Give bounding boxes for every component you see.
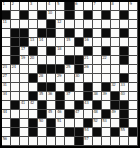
white-cell[interactable] (38, 2, 47, 11)
white-cell[interactable] (93, 47, 102, 56)
white-cell[interactable]: 53 (102, 119, 111, 128)
white-cell[interactable]: 17 (20, 47, 29, 56)
clue-number: 39 (102, 92, 106, 96)
white-cell[interactable] (102, 2, 111, 11)
white-cell[interactable] (129, 137, 138, 146)
black-cell (84, 47, 93, 56)
clue-number: 47 (75, 110, 79, 114)
white-cell[interactable] (20, 83, 29, 92)
clue-number: 50 (39, 119, 43, 123)
black-cell (11, 119, 20, 128)
clue-number: 56 (3, 137, 7, 141)
white-cell[interactable]: 25 (65, 65, 74, 74)
white-cell[interactable] (75, 20, 84, 29)
clue-number: 10 (48, 11, 52, 15)
black-cell (56, 101, 65, 110)
clue-number: 34 (3, 92, 7, 96)
white-cell[interactable] (84, 74, 93, 83)
white-cell[interactable] (47, 74, 56, 83)
black-cell (29, 92, 38, 101)
white-cell[interactable] (93, 56, 102, 65)
clue-number: 13 (30, 38, 34, 42)
white-cell[interactable] (129, 38, 138, 47)
white-cell[interactable]: 27 (2, 74, 11, 83)
white-cell[interactable]: 39 (102, 92, 111, 101)
white-cell[interactable] (111, 65, 120, 74)
clue-number: 43 (84, 101, 88, 105)
black-cell (120, 101, 129, 110)
white-cell[interactable] (11, 11, 20, 20)
white-cell[interactable] (75, 47, 84, 56)
white-cell[interactable] (111, 119, 120, 128)
white-cell[interactable]: 13 (29, 38, 38, 47)
black-cell (102, 110, 111, 119)
black-cell (120, 47, 129, 56)
black-cell (93, 101, 102, 110)
white-cell[interactable] (20, 20, 29, 29)
black-cell (75, 56, 84, 65)
white-cell[interactable] (11, 20, 20, 29)
white-cell[interactable] (38, 137, 47, 146)
white-cell[interactable]: 8 (111, 2, 120, 11)
clue-number: 53 (102, 119, 106, 123)
white-cell[interactable]: 46 (56, 110, 65, 119)
black-cell (102, 47, 111, 56)
clue-number: 36 (48, 92, 52, 96)
clue-number: 7 (93, 2, 95, 6)
black-cell (47, 20, 56, 29)
crossword-puzzle: 1234567891011121314151617181920212223242… (0, 0, 140, 148)
white-cell[interactable] (111, 137, 120, 146)
black-cell (65, 11, 74, 20)
white-cell[interactable]: 4 (47, 2, 56, 11)
black-cell (11, 38, 20, 47)
clue-number: 5 (57, 2, 59, 6)
clue-number: 11 (3, 20, 7, 24)
white-cell[interactable]: 14 (38, 38, 47, 47)
white-cell[interactable] (102, 65, 111, 74)
clue-number: 45 (48, 110, 52, 114)
white-cell[interactable]: 44 (2, 110, 11, 119)
white-cell[interactable]: 37 (65, 92, 74, 101)
black-cell (111, 92, 120, 101)
white-cell[interactable] (111, 74, 120, 83)
white-cell[interactable]: 57 (84, 137, 93, 146)
white-cell[interactable] (29, 65, 38, 74)
black-cell (38, 110, 47, 119)
white-cell[interactable] (65, 119, 74, 128)
black-cell (65, 128, 74, 137)
white-cell[interactable] (65, 20, 74, 29)
black-cell (75, 38, 84, 47)
clue-number: 54 (84, 128, 88, 132)
white-cell[interactable] (129, 56, 138, 65)
white-cell[interactable]: 33 (120, 83, 129, 92)
white-cell[interactable]: 55 (120, 128, 129, 137)
black-cell (38, 65, 47, 74)
clue-number: 48 (93, 110, 97, 114)
white-cell[interactable]: 18 (56, 47, 65, 56)
black-cell (38, 29, 47, 38)
white-cell[interactable] (111, 20, 120, 29)
white-cell[interactable] (129, 110, 138, 119)
white-cell[interactable] (129, 101, 138, 110)
white-cell[interactable]: 45 (47, 110, 56, 119)
white-cell[interactable]: 51 (56, 119, 65, 128)
clue-number: 30 (75, 74, 79, 78)
white-cell[interactable]: 48 (93, 110, 102, 119)
white-cell[interactable] (20, 110, 29, 119)
white-cell[interactable] (129, 119, 138, 128)
white-cell[interactable] (93, 137, 102, 146)
black-cell (93, 128, 102, 137)
white-cell[interactable]: 29 (56, 74, 65, 83)
clue-number: 15 (66, 38, 70, 42)
white-cell[interactable] (56, 29, 65, 38)
white-cell[interactable]: 56 (2, 137, 11, 146)
white-cell[interactable]: 6 (75, 2, 84, 11)
clue-number: 32 (111, 83, 115, 87)
clue-number: 29 (57, 74, 61, 78)
white-cell[interactable] (29, 29, 38, 38)
white-cell[interactable] (75, 92, 84, 101)
clue-number: 35 (39, 92, 43, 96)
white-cell[interactable]: 47 (75, 110, 84, 119)
black-cell (75, 101, 84, 110)
black-cell (56, 92, 65, 101)
black-cell (29, 74, 38, 83)
black-cell (84, 119, 93, 128)
white-cell[interactable] (111, 47, 120, 56)
white-cell[interactable]: 36 (47, 92, 56, 101)
black-cell (84, 29, 93, 38)
black-cell (84, 92, 93, 101)
white-cell[interactable] (120, 2, 129, 11)
white-cell[interactable] (29, 20, 38, 29)
clue-number: 42 (30, 101, 34, 105)
white-cell[interactable] (111, 38, 120, 47)
white-cell[interactable] (75, 11, 84, 20)
white-cell[interactable] (120, 65, 129, 74)
white-cell[interactable]: 7 (93, 2, 102, 11)
white-cell[interactable] (93, 65, 102, 74)
white-cell[interactable] (2, 47, 11, 56)
white-cell[interactable] (120, 38, 129, 47)
white-cell[interactable] (56, 56, 65, 65)
clue-number: 4 (48, 2, 50, 6)
black-cell (2, 11, 11, 20)
white-cell[interactable] (65, 47, 74, 56)
clue-number: 18 (57, 47, 61, 51)
black-cell (47, 47, 56, 56)
black-cell (120, 56, 129, 65)
white-cell[interactable] (11, 83, 20, 92)
white-cell[interactable]: 31 (2, 83, 11, 92)
white-cell[interactable]: 15 (65, 38, 74, 47)
white-cell[interactable] (38, 20, 47, 29)
white-cell[interactable] (93, 74, 102, 83)
white-cell[interactable] (20, 92, 29, 101)
black-cell (129, 128, 138, 137)
white-cell[interactable] (65, 74, 74, 83)
black-cell (111, 101, 120, 110)
black-cell (120, 29, 129, 38)
white-cell[interactable]: 43 (84, 101, 93, 110)
black-cell (75, 137, 84, 146)
white-cell[interactable]: 49 (111, 110, 120, 119)
clue-number: 27 (3, 74, 7, 78)
white-cell[interactable]: 30 (75, 74, 84, 83)
clue-number: 14 (39, 38, 43, 42)
white-cell[interactable] (2, 38, 11, 47)
clue-number: 25 (66, 65, 70, 69)
white-cell[interactable] (129, 74, 138, 83)
white-cell[interactable] (47, 56, 56, 65)
white-cell[interactable] (129, 20, 138, 29)
black-cell (102, 29, 111, 38)
white-cell[interactable] (56, 38, 65, 47)
black-cell (120, 11, 129, 20)
black-cell (11, 29, 20, 38)
white-cell[interactable]: 11 (2, 20, 11, 29)
white-cell[interactable]: 19 (20, 56, 29, 65)
white-cell[interactable] (2, 119, 11, 128)
white-cell[interactable] (102, 74, 111, 83)
clue-number: 16 (84, 38, 88, 42)
white-cell[interactable] (129, 92, 138, 101)
white-cell[interactable]: 52 (93, 119, 102, 128)
white-cell[interactable] (129, 83, 138, 92)
black-cell (120, 119, 129, 128)
black-cell (84, 11, 93, 20)
white-cell[interactable] (65, 137, 74, 146)
black-cell (38, 11, 47, 20)
white-cell[interactable] (129, 11, 138, 20)
black-cell (102, 11, 111, 20)
white-cell[interactable] (75, 29, 84, 38)
white-cell[interactable]: 23 (2, 65, 11, 74)
white-cell[interactable] (38, 128, 47, 137)
white-cell[interactable] (75, 83, 84, 92)
white-cell[interactable]: 50 (38, 119, 47, 128)
white-cell[interactable] (111, 11, 120, 20)
white-cell[interactable]: 35 (38, 92, 47, 101)
white-cell[interactable]: 9 (129, 2, 138, 11)
black-cell (65, 56, 74, 65)
black-cell (102, 83, 111, 92)
white-cell[interactable]: 5 (56, 2, 65, 11)
white-cell[interactable]: 54 (84, 128, 93, 137)
clue-number: 46 (57, 110, 61, 114)
clue-number: 17 (21, 47, 25, 51)
white-cell[interactable] (20, 74, 29, 83)
white-cell[interactable]: 41 (20, 101, 29, 110)
black-cell (47, 128, 56, 137)
white-cell[interactable] (102, 38, 111, 47)
white-cell[interactable] (47, 101, 56, 110)
white-cell[interactable] (93, 11, 102, 20)
white-cell[interactable]: 26 (84, 65, 93, 74)
white-cell[interactable] (11, 110, 20, 119)
clue-number: 44 (3, 110, 7, 114)
clue-number: 19 (21, 56, 25, 60)
white-cell[interactable] (102, 128, 111, 137)
white-cell[interactable] (102, 137, 111, 146)
white-cell[interactable]: 42 (29, 101, 38, 110)
white-cell[interactable] (38, 56, 47, 65)
white-cell[interactable] (84, 2, 93, 11)
black-cell (75, 128, 84, 137)
white-cell[interactable] (56, 11, 65, 20)
white-cell[interactable] (129, 47, 138, 56)
white-cell[interactable]: 3 (29, 2, 38, 11)
black-cell (65, 110, 74, 119)
white-cell[interactable] (2, 101, 11, 110)
white-cell[interactable] (56, 128, 65, 137)
clue-number: 55 (120, 128, 124, 132)
black-cell (29, 119, 38, 128)
white-cell[interactable] (11, 137, 20, 146)
white-cell[interactable] (29, 110, 38, 119)
black-cell (75, 65, 84, 74)
white-cell[interactable]: 16 (84, 38, 93, 47)
white-cell[interactable] (75, 119, 84, 128)
white-cell[interactable]: 12 (56, 20, 65, 29)
white-cell[interactable] (93, 29, 102, 38)
white-cell[interactable] (11, 92, 20, 101)
clue-number: 9 (129, 2, 131, 6)
white-cell[interactable]: 38 (93, 92, 102, 101)
white-cell[interactable]: 28 (38, 74, 47, 83)
clue-number: 28 (39, 74, 43, 78)
black-cell (84, 83, 93, 92)
white-cell[interactable] (93, 20, 102, 29)
clue-number: 33 (120, 83, 124, 87)
white-cell[interactable]: 32 (111, 83, 120, 92)
white-cell[interactable] (65, 101, 74, 110)
white-cell[interactable] (29, 11, 38, 20)
white-cell[interactable] (47, 38, 56, 47)
black-cell (47, 29, 56, 38)
black-cell (38, 101, 47, 110)
black-cell (47, 83, 56, 92)
white-cell[interactable] (2, 29, 11, 38)
clue-number: 20 (30, 56, 34, 60)
white-cell[interactable] (56, 83, 65, 92)
black-cell (29, 47, 38, 56)
white-cell[interactable] (47, 137, 56, 146)
white-cell[interactable] (38, 47, 47, 56)
white-cell[interactable] (84, 20, 93, 29)
clue-number: 12 (57, 20, 61, 24)
white-cell[interactable] (129, 65, 138, 74)
white-cell[interactable] (111, 29, 120, 38)
clue-number: 2 (12, 2, 14, 6)
black-cell (120, 74, 129, 83)
white-cell[interactable] (2, 128, 11, 137)
clue-number: 22 (102, 56, 106, 60)
white-cell[interactable] (29, 137, 38, 146)
white-cell[interactable] (129, 29, 138, 38)
white-cell[interactable] (11, 74, 20, 83)
black-cell (56, 65, 65, 74)
white-cell[interactable] (84, 110, 93, 119)
clue-number: 38 (93, 92, 97, 96)
clue-number: 3 (30, 2, 32, 6)
white-cell[interactable] (93, 83, 102, 92)
clue-number: 24 (12, 65, 16, 69)
white-cell[interactable]: 22 (102, 56, 111, 65)
white-cell[interactable] (20, 119, 29, 128)
clue-number: 6 (75, 2, 77, 6)
white-cell[interactable] (102, 101, 111, 110)
white-cell[interactable]: 1 (2, 2, 11, 11)
white-cell[interactable] (29, 83, 38, 92)
black-cell (111, 128, 120, 137)
white-cell[interactable] (56, 137, 65, 146)
black-cell (38, 83, 47, 92)
black-cell (11, 47, 20, 56)
clue-number: 31 (3, 83, 7, 87)
clue-number: 51 (57, 119, 61, 123)
white-cell[interactable]: 10 (47, 11, 56, 20)
clue-number: 8 (111, 2, 113, 6)
white-cell[interactable] (120, 20, 129, 29)
black-cell (11, 128, 20, 137)
clue-number: 57 (84, 137, 88, 141)
white-cell[interactable] (20, 137, 29, 146)
black-cell (47, 65, 56, 74)
crossword-grid: 1234567891011121314151617181920212223242… (0, 0, 140, 148)
white-cell[interactable]: 40 (120, 92, 129, 101)
black-cell (65, 83, 74, 92)
black-cell (20, 29, 29, 38)
black-cell (20, 38, 29, 47)
black-cell (11, 101, 20, 110)
black-cell (20, 11, 29, 20)
white-cell[interactable] (111, 56, 120, 65)
black-cell (11, 56, 20, 65)
clue-number: 23 (3, 65, 7, 69)
white-cell[interactable] (20, 65, 29, 74)
black-cell (29, 128, 38, 137)
clue-number: 41 (21, 101, 25, 105)
clue-number: 49 (111, 110, 115, 114)
clue-number: 26 (84, 65, 88, 69)
black-cell (65, 29, 74, 38)
white-cell[interactable] (102, 20, 111, 29)
white-cell[interactable]: 34 (2, 92, 11, 101)
white-cell[interactable] (2, 56, 11, 65)
black-cell (65, 2, 74, 11)
clue-number: 52 (93, 119, 97, 123)
black-cell (47, 119, 56, 128)
white-cell[interactable] (93, 38, 102, 47)
clue-number: 37 (66, 92, 70, 96)
white-cell[interactable] (120, 137, 129, 146)
white-cell[interactable] (20, 128, 29, 137)
white-cell[interactable]: 21 (84, 56, 93, 65)
white-cell[interactable] (20, 2, 29, 11)
black-cell (120, 110, 129, 119)
clue-number: 1 (3, 2, 5, 6)
white-cell[interactable]: 24 (11, 65, 20, 74)
white-cell[interactable]: 2 (11, 2, 20, 11)
clue-number: 21 (84, 56, 88, 60)
white-cell[interactable]: 20 (29, 56, 38, 65)
clue-number: 40 (120, 92, 124, 96)
